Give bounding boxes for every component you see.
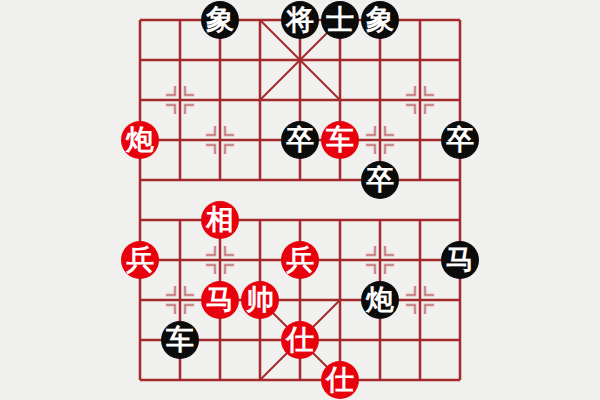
piece-black-soldier[interactable]: 卒	[361, 161, 399, 199]
piece-red-horse[interactable]: 马	[201, 281, 239, 319]
piece-black-chariot[interactable]: 车	[161, 321, 199, 359]
piece-black-horse[interactable]: 马	[441, 241, 479, 279]
piece-red-general[interactable]: 帅	[241, 281, 279, 319]
piece-red-cannon[interactable]: 炮	[121, 121, 159, 159]
piece-black-soldier[interactable]: 卒	[441, 121, 479, 159]
piece-black-soldier[interactable]: 卒	[281, 121, 319, 159]
piece-red-advisor[interactable]: 仕	[281, 321, 319, 359]
piece-black-elephant[interactable]: 象	[201, 1, 239, 39]
piece-black-cannon[interactable]: 炮	[361, 281, 399, 319]
piece-black-advisor[interactable]: 士	[321, 1, 359, 39]
piece-red-elephant[interactable]: 相	[201, 201, 239, 239]
xiangqi-board: 象将士象炮卒车卒卒相兵兵马马帅炮车仕仕	[0, 0, 600, 400]
piece-red-advisor[interactable]: 仕	[321, 361, 359, 399]
piece-red-chariot[interactable]: 车	[321, 121, 359, 159]
piece-red-soldier[interactable]: 兵	[281, 241, 319, 279]
piece-black-elephant[interactable]: 象	[361, 1, 399, 39]
piece-red-soldier[interactable]: 兵	[121, 241, 159, 279]
piece-black-general[interactable]: 将	[281, 1, 319, 39]
